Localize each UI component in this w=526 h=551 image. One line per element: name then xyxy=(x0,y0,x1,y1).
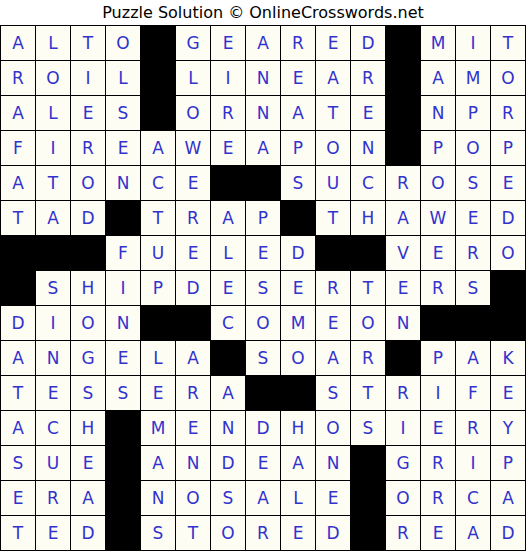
letter-cell: O xyxy=(246,306,280,340)
letter-cell: A xyxy=(281,446,315,480)
letter-cell: E xyxy=(176,236,210,270)
letter-cell: L xyxy=(36,26,70,60)
letter-cell: S xyxy=(36,271,70,305)
letter-cell: O xyxy=(351,306,385,340)
letter-cell: I xyxy=(421,376,455,410)
letter-cell: O xyxy=(211,516,245,550)
letter-cell: S xyxy=(1,446,35,480)
letter-cell: O xyxy=(176,96,210,130)
letter-cell: R xyxy=(421,271,455,305)
letter-cell: C xyxy=(351,166,385,200)
letter-cell: N xyxy=(421,96,455,130)
letter-cell: P xyxy=(141,271,175,305)
letter-cell: N xyxy=(316,446,350,480)
letter-cell: I xyxy=(71,61,105,95)
letter-cell: T xyxy=(36,166,70,200)
letter-cell: Y xyxy=(491,411,525,445)
letter-cell: A xyxy=(141,446,175,480)
letter-cell: E xyxy=(176,411,210,445)
letter-cell: R xyxy=(71,131,105,165)
letter-cell: T xyxy=(316,201,350,235)
letter-cell: S xyxy=(246,271,280,305)
letter-cell: R xyxy=(456,411,490,445)
letter-cell: P xyxy=(491,131,525,165)
black-cell xyxy=(316,236,350,270)
black-cell xyxy=(351,446,385,480)
letter-cell: N xyxy=(176,446,210,480)
letter-cell: G xyxy=(71,341,105,375)
letter-cell: E xyxy=(106,341,140,375)
letter-cell: E xyxy=(211,131,245,165)
black-cell xyxy=(386,61,420,95)
letter-cell: N xyxy=(106,306,140,340)
black-cell xyxy=(106,481,140,515)
black-cell xyxy=(491,306,525,340)
letter-cell: N xyxy=(246,61,280,95)
letter-cell: O xyxy=(176,481,210,515)
letter-cell: D xyxy=(176,271,210,305)
black-cell xyxy=(106,446,140,480)
letter-cell: E xyxy=(281,516,315,550)
letter-cell: U xyxy=(316,166,350,200)
letter-cell: A xyxy=(211,376,245,410)
letter-cell: A xyxy=(1,411,35,445)
letter-cell: E xyxy=(36,376,70,410)
puzzle-solution-page: Puzzle Solution © OnlineCrosswords.net A… xyxy=(0,0,526,551)
letter-cell: I xyxy=(456,446,490,480)
black-cell xyxy=(246,166,280,200)
letter-cell: M xyxy=(141,411,175,445)
letter-cell: M xyxy=(421,26,455,60)
black-cell xyxy=(106,411,140,445)
letter-cell: E xyxy=(491,376,525,410)
letter-cell: S xyxy=(71,376,105,410)
letter-cell: E xyxy=(36,516,70,550)
letter-cell: H xyxy=(281,411,315,445)
letter-cell: P xyxy=(456,96,490,130)
letter-cell: A xyxy=(141,131,175,165)
letter-cell: O xyxy=(386,481,420,515)
letter-cell: W xyxy=(421,201,455,235)
letter-cell: T xyxy=(351,271,385,305)
letter-cell: E xyxy=(281,271,315,305)
black-cell xyxy=(351,236,385,270)
letter-cell: A xyxy=(1,26,35,60)
letter-cell: F xyxy=(456,376,490,410)
letter-cell: L xyxy=(176,61,210,95)
letter-cell: R xyxy=(1,61,35,95)
letter-cell: E xyxy=(491,166,525,200)
letter-cell: A xyxy=(386,201,420,235)
letter-cell: H xyxy=(71,411,105,445)
letter-cell: D xyxy=(281,236,315,270)
letter-cell: O xyxy=(491,61,525,95)
letter-cell: A xyxy=(281,96,315,130)
letter-cell: E xyxy=(71,96,105,130)
black-cell xyxy=(281,376,315,410)
letter-cell: N xyxy=(386,306,420,340)
letter-cell: L xyxy=(106,61,140,95)
letter-cell: A xyxy=(176,341,210,375)
letter-cell: N xyxy=(36,341,70,375)
black-cell xyxy=(386,131,420,165)
letter-cell: R xyxy=(351,341,385,375)
black-cell xyxy=(106,516,140,550)
letter-cell: C xyxy=(211,306,245,340)
black-cell xyxy=(141,26,175,60)
letter-cell: D xyxy=(1,306,35,340)
letter-cell: D xyxy=(316,516,350,550)
letter-cell: O xyxy=(71,166,105,200)
letter-cell: A xyxy=(1,341,35,375)
letter-cell: E xyxy=(281,61,315,95)
black-cell xyxy=(36,236,70,270)
letter-cell: S xyxy=(211,481,245,515)
letter-cell: P xyxy=(491,446,525,480)
page-title: Puzzle Solution © OnlineCrosswords.net xyxy=(102,3,424,22)
letter-cell: P xyxy=(281,131,315,165)
letter-cell: O xyxy=(491,236,525,270)
black-cell xyxy=(141,96,175,130)
letter-cell: R xyxy=(246,516,280,550)
letter-cell: A xyxy=(316,61,350,95)
letter-cell: O xyxy=(316,411,350,445)
letter-cell: A xyxy=(456,516,490,550)
letter-cell: A xyxy=(316,341,350,375)
black-cell xyxy=(421,306,455,340)
letter-cell: P xyxy=(246,201,280,235)
letter-cell: G xyxy=(386,446,420,480)
black-cell xyxy=(1,271,35,305)
black-cell xyxy=(71,236,105,270)
black-cell xyxy=(211,166,245,200)
crossword-grid: ALTOGEAREDMITROILLINEARAMOALESORNATENPRF… xyxy=(0,25,526,551)
letter-cell: C xyxy=(141,166,175,200)
letter-cell: E xyxy=(71,446,105,480)
title-bar: Puzzle Solution © OnlineCrosswords.net xyxy=(0,0,526,25)
letter-cell: A xyxy=(246,131,280,165)
letter-cell: F xyxy=(106,236,140,270)
letter-cell: I xyxy=(36,306,70,340)
black-cell xyxy=(491,271,525,305)
letter-cell: T xyxy=(1,516,35,550)
letter-cell: O xyxy=(456,131,490,165)
black-cell xyxy=(386,96,420,130)
black-cell xyxy=(1,236,35,270)
letter-cell: P xyxy=(421,341,455,375)
letter-cell: H xyxy=(71,271,105,305)
letter-cell: C xyxy=(456,481,490,515)
letter-cell: S xyxy=(456,166,490,200)
letter-cell: R xyxy=(491,96,525,130)
letter-cell: D xyxy=(211,446,245,480)
letter-cell: T xyxy=(491,26,525,60)
letter-cell: R xyxy=(316,271,350,305)
letter-cell: T xyxy=(176,516,210,550)
letter-cell: T xyxy=(316,96,350,130)
letter-cell: I xyxy=(211,61,245,95)
letter-cell: T xyxy=(1,201,35,235)
letter-cell: E xyxy=(141,376,175,410)
letter-cell: O xyxy=(316,131,350,165)
letter-cell: U xyxy=(36,446,70,480)
letter-cell: D xyxy=(71,516,105,550)
letter-cell: E xyxy=(316,26,350,60)
letter-cell: A xyxy=(421,61,455,95)
letter-cell: S xyxy=(351,411,385,445)
letter-cell: S xyxy=(456,271,490,305)
letter-cell: N xyxy=(246,96,280,130)
letter-cell: R xyxy=(386,166,420,200)
letter-cell: L xyxy=(211,236,245,270)
letter-cell: E xyxy=(176,166,210,200)
letter-cell: S xyxy=(141,516,175,550)
letter-cell: R xyxy=(421,446,455,480)
letter-cell: E xyxy=(421,411,455,445)
letter-cell: E xyxy=(316,481,350,515)
letter-cell: L xyxy=(281,481,315,515)
letter-cell: P xyxy=(421,131,455,165)
letter-cell: E xyxy=(211,271,245,305)
letter-cell: D xyxy=(491,516,525,550)
letter-cell: I xyxy=(106,271,140,305)
letter-cell: E xyxy=(421,236,455,270)
letter-cell: A xyxy=(456,341,490,375)
letter-cell: T xyxy=(71,26,105,60)
letter-cell: A xyxy=(246,481,280,515)
letter-cell: V xyxy=(386,236,420,270)
black-cell xyxy=(351,516,385,550)
letter-cell: D xyxy=(246,411,280,445)
letter-cell: M xyxy=(456,61,490,95)
letter-cell: E xyxy=(211,26,245,60)
letter-cell: A xyxy=(71,481,105,515)
letter-cell: E xyxy=(246,446,280,480)
black-cell xyxy=(176,306,210,340)
letter-cell: T xyxy=(141,201,175,235)
letter-cell: L xyxy=(141,341,175,375)
letter-cell: R xyxy=(211,96,245,130)
letter-cell: O xyxy=(71,306,105,340)
letter-cell: F xyxy=(1,131,35,165)
letter-cell: E xyxy=(351,96,385,130)
letter-cell: N xyxy=(106,166,140,200)
letter-cell: S xyxy=(281,166,315,200)
letter-cell: U xyxy=(141,236,175,270)
letter-cell: R xyxy=(36,481,70,515)
black-cell xyxy=(281,201,315,235)
letter-cell: T xyxy=(1,376,35,410)
letter-cell: R xyxy=(351,61,385,95)
black-cell xyxy=(106,201,140,235)
black-cell xyxy=(351,481,385,515)
letter-cell: S xyxy=(106,376,140,410)
letter-cell: D xyxy=(491,201,525,235)
black-cell xyxy=(456,306,490,340)
letter-cell: E xyxy=(246,236,280,270)
letter-cell: A xyxy=(1,166,35,200)
letter-cell: D xyxy=(351,26,385,60)
letter-cell: O xyxy=(106,26,140,60)
letter-cell: C xyxy=(36,411,70,445)
letter-cell: E xyxy=(386,271,420,305)
letter-cell: I xyxy=(386,411,420,445)
letter-cell: N xyxy=(351,131,385,165)
letter-cell: R xyxy=(456,236,490,270)
black-cell xyxy=(211,341,245,375)
letter-cell: G xyxy=(176,26,210,60)
letter-cell: R xyxy=(176,201,210,235)
black-cell xyxy=(386,26,420,60)
letter-cell: R xyxy=(386,376,420,410)
letter-cell: D xyxy=(71,201,105,235)
letter-cell: E xyxy=(421,516,455,550)
letter-cell: N xyxy=(211,411,245,445)
letter-cell: R xyxy=(421,481,455,515)
letter-cell: E xyxy=(456,201,490,235)
letter-cell: A xyxy=(211,201,245,235)
letter-cell: A xyxy=(1,96,35,130)
letter-cell: R xyxy=(281,26,315,60)
letter-cell: I xyxy=(36,131,70,165)
letter-cell: M xyxy=(281,306,315,340)
letter-cell: I xyxy=(456,26,490,60)
letter-cell: R xyxy=(386,516,420,550)
letter-cell: S xyxy=(106,96,140,130)
letter-cell: E xyxy=(316,306,350,340)
letter-cell: O xyxy=(281,341,315,375)
letter-cell: A xyxy=(36,201,70,235)
letter-cell: L xyxy=(36,96,70,130)
letter-cell: R xyxy=(176,376,210,410)
black-cell xyxy=(141,306,175,340)
letter-cell: O xyxy=(36,61,70,95)
letter-cell: H xyxy=(351,201,385,235)
letter-cell: A xyxy=(491,481,525,515)
black-cell xyxy=(246,376,280,410)
letter-cell: A xyxy=(246,26,280,60)
letter-cell: K xyxy=(491,341,525,375)
letter-cell: O xyxy=(421,166,455,200)
letter-cell: W xyxy=(176,131,210,165)
letter-cell: E xyxy=(1,481,35,515)
letter-cell: N xyxy=(141,481,175,515)
letter-cell: T xyxy=(351,376,385,410)
letter-cell: S xyxy=(246,341,280,375)
letter-cell: S xyxy=(316,376,350,410)
black-cell xyxy=(141,61,175,95)
black-cell xyxy=(386,341,420,375)
letter-cell: E xyxy=(106,131,140,165)
